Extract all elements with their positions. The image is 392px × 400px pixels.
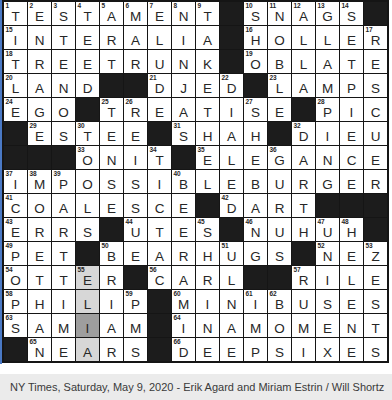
cell-r1c5[interactable]: 5A [100, 2, 123, 25]
cell-letter: A [28, 322, 51, 336]
cell-r2c9[interactable]: A [196, 26, 219, 49]
cell-letter: U [268, 226, 291, 240]
cell-r3c13[interactable]: L [292, 50, 315, 73]
cell-r5c8[interactable]: A [172, 98, 195, 121]
cell-letter: S [364, 298, 387, 312]
cell-r5c15[interactable]: I [340, 98, 363, 121]
cell-r14c13[interactable]: M [292, 314, 315, 337]
cell-r3c9[interactable]: K [196, 50, 219, 73]
cell-r6c10[interactable]: A [220, 122, 243, 145]
cell-r5c1[interactable]: 24E [4, 98, 27, 121]
cell-r14c14[interactable]: E [316, 314, 339, 337]
cell-r13c5[interactable]: I [100, 290, 123, 313]
cell-r8c10[interactable]: E [220, 170, 243, 193]
cell-r1c15[interactable]: 14S [340, 2, 363, 25]
cell-r4c9[interactable]: E [196, 74, 219, 97]
cell-letter: E [172, 202, 195, 216]
cell-r11c2[interactable]: E [28, 242, 51, 265]
cell-r15c5[interactable]: R [100, 338, 123, 361]
cell-r3c5[interactable]: T [100, 50, 123, 73]
cell-r8c15[interactable]: E [340, 170, 363, 193]
cell-r6c5[interactable]: E [100, 122, 123, 145]
cell-letter: I [316, 130, 339, 144]
cell-r2c11[interactable]: 16H [244, 26, 267, 49]
cell-r7c9[interactable]: 35E [196, 146, 219, 169]
cell-r2c1[interactable]: 15I [4, 26, 27, 49]
cell-r12c14[interactable]: I [316, 266, 339, 289]
cell-r8c16[interactable]: R [364, 170, 387, 193]
cell-r1c8[interactable]: 8N [172, 2, 195, 25]
cell-r9c7[interactable]: C [148, 194, 171, 217]
cell-r12c3[interactable]: T [52, 266, 75, 289]
cell-letter: A [316, 58, 339, 72]
cell-r4c12[interactable]: 23L [268, 74, 291, 97]
cell-r1c2[interactable]: 2E [28, 2, 51, 25]
cell-letter: R [100, 274, 123, 288]
cell-letter: C [340, 154, 363, 168]
cell-r14c3[interactable]: M [52, 314, 75, 337]
cell-letter: S [364, 82, 387, 96]
black-cell-r9c14 [316, 194, 339, 217]
cell-r6c2[interactable]: 29E [28, 122, 51, 145]
cell-r3c12[interactable]: B [268, 50, 291, 73]
cell-r15c12[interactable]: S [268, 338, 291, 361]
cell-r3c7[interactable]: U [148, 50, 171, 73]
cell-r9c10[interactable]: 42D [220, 194, 243, 217]
cell-r1c14[interactable]: 13G [316, 2, 339, 25]
cell-r11c12[interactable]: S [268, 242, 291, 265]
cell-r11c6[interactable]: E [124, 242, 147, 265]
cell-letter: T [292, 202, 315, 216]
cell-r15c16[interactable]: S [364, 338, 387, 361]
clue-number: 64 [174, 314, 181, 322]
cell-letter: E [100, 202, 123, 216]
cell-r8c6[interactable]: S [124, 170, 147, 193]
cell-r8c4[interactable]: O [76, 170, 99, 193]
cell-r9c6[interactable]: S [124, 194, 147, 217]
cell-letter: L [220, 154, 243, 168]
cell-r1c11[interactable]: 10S [244, 2, 267, 25]
clue-number: 3 [54, 2, 57, 10]
cell-r9c1[interactable]: 41C [4, 194, 27, 217]
cell-letter: E [220, 346, 243, 360]
cell-r7c11[interactable]: E [244, 146, 267, 169]
cell-letter: E [340, 130, 363, 144]
cell-letter: P [4, 250, 27, 264]
cell-r10c6[interactable]: 44U [124, 218, 147, 241]
cell-letter: N [172, 58, 195, 72]
cell-r10c3[interactable]: R [52, 218, 75, 241]
cell-letter: A [100, 322, 123, 336]
cell-r7c7[interactable]: 34T [148, 146, 171, 169]
cell-r12c10[interactable]: L [220, 266, 243, 289]
cell-r8c1[interactable]: 37I [4, 170, 27, 193]
cell-r2c3[interactable]: T [52, 26, 75, 49]
cell-r11c10[interactable]: 51U [220, 242, 243, 265]
cell-letter: D [220, 202, 243, 216]
cell-r7c6[interactable]: I [124, 146, 147, 169]
cell-r4c2[interactable]: A [28, 74, 51, 97]
cell-r14c1[interactable]: 63S [4, 314, 27, 337]
black-cell-r6c7 [148, 122, 171, 145]
cell-r6c16[interactable]: U [364, 122, 387, 145]
cell-letter: A [52, 202, 75, 216]
cell-r10c8[interactable]: E [172, 218, 195, 241]
cell-r15c14[interactable]: X [316, 338, 339, 361]
cell-letter: N [316, 250, 339, 264]
cell-letter: S [76, 226, 99, 240]
cell-r3c3[interactable]: E [52, 50, 75, 73]
cell-r12c4[interactable]: 55E [76, 266, 99, 289]
cell-letter: E [268, 106, 291, 120]
cell-r14c4[interactable]: I [76, 314, 99, 337]
cell-r15c6[interactable]: S [124, 338, 147, 361]
cell-r2c8[interactable]: I [172, 26, 195, 49]
cell-r4c8[interactable]: J [172, 74, 195, 97]
cell-r13c9[interactable]: I [196, 290, 219, 313]
cell-r6c11[interactable]: H [244, 122, 267, 145]
cell-letter: U [268, 178, 291, 192]
cell-letter: B [268, 58, 291, 72]
cell-r12c13[interactable]: 57R [292, 266, 315, 289]
cell-r3c15[interactable]: T [340, 50, 363, 73]
cell-r5c3[interactable]: O [52, 98, 75, 121]
cell-letter: A [292, 82, 315, 96]
cell-r3c8[interactable]: N [172, 50, 195, 73]
cell-r5c16[interactable]: C [364, 98, 387, 121]
black-cell-r14c7 [148, 314, 171, 337]
cell-r14c11[interactable]: M [244, 314, 267, 337]
cell-r4c3[interactable]: N [52, 74, 75, 97]
cell-letter: E [244, 154, 267, 168]
cell-r8c3[interactable]: 39P [52, 170, 75, 193]
cell-r13c10[interactable]: N [220, 290, 243, 313]
cell-r11c16[interactable]: 53Z [364, 242, 387, 265]
cell-r14c12[interactable]: O [268, 314, 291, 337]
cell-r14c5[interactable]: A [100, 314, 123, 337]
cell-letter: S [124, 202, 147, 216]
cell-r7c15[interactable]: C [340, 146, 363, 169]
cell-r5c7[interactable]: E [148, 98, 171, 121]
cell-r4c13[interactable]: A [292, 74, 315, 97]
cell-r5c14[interactable]: 28P [316, 98, 339, 121]
cell-letter: E [124, 250, 147, 264]
cell-r9c2[interactable]: O [28, 194, 51, 217]
cell-r14c16[interactable]: T [364, 314, 387, 337]
cell-r9c13[interactable]: T [292, 194, 315, 217]
cell-r10c15[interactable]: 48H [340, 218, 363, 241]
cell-letter: P [244, 346, 267, 360]
cell-r10c9[interactable]: 45S [196, 218, 219, 241]
cell-letter: I [172, 34, 195, 48]
cell-r15c13[interactable]: I [292, 338, 315, 361]
cell-r14c10[interactable]: A [220, 314, 243, 337]
cell-r12c7[interactable]: 56C [148, 266, 171, 289]
cell-letter: R [172, 250, 195, 264]
cell-letter: G [316, 10, 339, 24]
cell-letter: E [148, 106, 171, 120]
cell-r1c4[interactable]: 4T [76, 2, 99, 25]
cell-r7c13[interactable]: A [292, 146, 315, 169]
cell-letter: I [76, 322, 99, 336]
cell-letter: E [172, 226, 195, 240]
cell-letter: N [52, 82, 75, 96]
cell-r13c3[interactable]: I [52, 290, 75, 313]
cell-r4c16[interactable]: S [364, 74, 387, 97]
clue-number: 2 [30, 2, 33, 10]
cell-r7c16[interactable]: E [364, 146, 387, 169]
cell-r9c12[interactable]: R [268, 194, 291, 217]
cell-letter: C [4, 202, 27, 216]
cell-r15c9[interactable]: E [196, 338, 219, 361]
cell-r7c5[interactable]: N [100, 146, 123, 169]
cell-letter: L [220, 274, 243, 288]
cell-letter: E [364, 154, 387, 168]
cell-r5c5[interactable]: 25T [100, 98, 123, 121]
cell-r11c14[interactable]: 52N [316, 242, 339, 265]
cell-letter: T [76, 10, 99, 24]
cell-r6c14[interactable]: I [316, 122, 339, 145]
cell-r9c4[interactable]: L [76, 194, 99, 217]
cell-r8c14[interactable]: G [316, 170, 339, 193]
cell-r3c14[interactable]: A [316, 50, 339, 73]
cell-r4c4[interactable]: D [76, 74, 99, 97]
cell-letter: A [196, 34, 219, 48]
cell-r15c15[interactable]: E [340, 338, 363, 361]
cell-r10c11[interactable]: 46N [244, 218, 267, 241]
cell-r5c10[interactable]: I [220, 98, 243, 121]
cell-r10c4[interactable]: S [76, 218, 99, 241]
cell-r13c12[interactable]: 62B [268, 290, 291, 313]
cell-r3c1[interactable]: 18T [4, 50, 27, 73]
cell-r10c13[interactable]: H [292, 218, 315, 241]
black-cell-r9c16 [364, 194, 387, 217]
black-cell-r6c12 [268, 122, 291, 145]
cell-r11c8[interactable]: R [172, 242, 195, 265]
cell-r11c5[interactable]: 50B [100, 242, 123, 265]
cell-r3c2[interactable]: R [28, 50, 51, 73]
clue-number: 5 [102, 2, 105, 10]
cell-r4c14[interactable]: M [316, 74, 339, 97]
cell-r3c6[interactable]: R [124, 50, 147, 73]
cell-r12c15[interactable]: L [340, 266, 363, 289]
cell-r6c6[interactable]: E [124, 122, 147, 145]
cell-r8c11[interactable]: B [244, 170, 267, 193]
cell-r15c10[interactable]: E [220, 338, 243, 361]
cell-r4c10[interactable]: 22D [220, 74, 243, 97]
cell-r2c12[interactable]: O [268, 26, 291, 49]
cell-r11c9[interactable]: H [196, 242, 219, 265]
cell-r11c7[interactable]: A [148, 242, 171, 265]
cell-r4c15[interactable]: P [340, 74, 363, 97]
cell-r13c15[interactable]: E [340, 290, 363, 313]
cell-r9c5[interactable]: E [100, 194, 123, 217]
cell-r2c15[interactable]: E [340, 26, 363, 49]
cell-r5c6[interactable]: 26R [124, 98, 147, 121]
cell-r4c7[interactable]: 21D [148, 74, 171, 97]
cell-letter: B [172, 178, 195, 192]
cell-letter: T [52, 250, 75, 264]
cell-r3c11[interactable]: 19O [244, 50, 267, 73]
cell-r8c9[interactable]: L [196, 170, 219, 193]
cell-r2c2[interactable]: N [28, 26, 51, 49]
cell-r11c3[interactable]: T [52, 242, 75, 265]
cell-r2c7[interactable]: L [148, 26, 171, 49]
cell-r5c2[interactable]: G [28, 98, 51, 121]
cell-r5c9[interactable]: T [196, 98, 219, 121]
cell-r8c7[interactable]: I [148, 170, 171, 193]
cell-letter: A [148, 250, 171, 264]
cell-letter: N [28, 346, 51, 360]
cell-r1c3[interactable]: 3S [52, 2, 75, 25]
cell-r1c1[interactable]: 1T [4, 2, 27, 25]
cell-r1c9[interactable]: 9T [196, 2, 219, 25]
cell-r5c11[interactable]: 27S [244, 98, 267, 121]
cell-r15c2[interactable]: 65N [28, 338, 51, 361]
cell-r13c4[interactable]: L [76, 290, 99, 313]
cell-letter: O [244, 58, 267, 72]
cell-r11c1[interactable]: 49P [4, 242, 27, 265]
cell-r6c13[interactable]: 32D [292, 122, 315, 145]
cell-r2c14[interactable]: L [316, 26, 339, 49]
cell-r13c1[interactable]: 58P [4, 290, 27, 313]
cell-letter: E [364, 274, 387, 288]
cell-r11c11[interactable]: G [244, 242, 267, 265]
cell-r10c1[interactable]: 43E [4, 218, 27, 241]
cell-r10c12[interactable]: U [268, 218, 291, 241]
black-cell-r9c9 [196, 194, 219, 217]
cell-letter: E [4, 106, 27, 120]
cell-r2c13[interactable]: L [292, 26, 315, 49]
cell-r7c10[interactable]: L [220, 146, 243, 169]
cell-r15c4[interactable]: A [76, 338, 99, 361]
cell-r13c13[interactable]: U [292, 290, 315, 313]
cell-letter: T [364, 322, 387, 336]
crossword-grid: 1T2E3S4T5A6M7E8N9T10S11N12A13G14S15INTER… [2, 0, 389, 363]
clue-number: 6 [126, 2, 129, 10]
cell-r3c16[interactable]: E [364, 50, 387, 73]
cell-letter: N [340, 322, 363, 336]
cell-letter: I [292, 346, 315, 360]
cell-r8c8[interactable]: 40B [172, 170, 195, 193]
cell-letter: O [4, 274, 27, 288]
cell-r13c16[interactable]: S [364, 290, 387, 313]
cell-r4c1[interactable]: 20L [4, 74, 27, 97]
cell-r13c8[interactable]: 60M [172, 290, 195, 313]
cell-letter: L [76, 298, 99, 312]
black-cell-r15c7 [148, 338, 171, 361]
cell-r1c13[interactable]: 12A [292, 2, 315, 25]
cell-letter: S [364, 346, 387, 360]
cell-letter: E [316, 322, 339, 336]
cell-letter: G [244, 250, 267, 264]
cell-letter: E [340, 250, 363, 264]
cell-r10c7[interactable]: T [148, 218, 171, 241]
cell-r15c3[interactable]: E [52, 338, 75, 361]
cell-r14c6[interactable]: M [124, 314, 147, 337]
cell-r8c5[interactable]: S [100, 170, 123, 193]
cell-r7c4[interactable]: 33O [76, 146, 99, 169]
cell-letter: C [148, 274, 171, 288]
cell-r9c11[interactable]: A [244, 194, 267, 217]
cell-r6c3[interactable]: S [52, 122, 75, 145]
cell-r13c11[interactable]: 61I [244, 290, 267, 313]
cell-letter: N [268, 10, 291, 24]
cell-r6c4[interactable]: 30T [76, 122, 99, 145]
cell-letter: O [28, 202, 51, 216]
cell-letter: S [244, 106, 267, 120]
cell-r12c8[interactable]: A [172, 266, 195, 289]
cell-letter: N [172, 10, 195, 24]
cell-r13c6[interactable]: 59P [124, 290, 147, 313]
cell-r12c1[interactable]: 54O [4, 266, 27, 289]
cell-r8c13[interactable]: R [292, 170, 315, 193]
cell-r12c5[interactable]: R [100, 266, 123, 289]
cell-r6c15[interactable]: E [340, 122, 363, 145]
cell-letter: N [220, 298, 243, 312]
cell-r11c15[interactable]: E [340, 242, 363, 265]
cell-letter: T [196, 10, 219, 24]
cell-r6c8[interactable]: 31S [172, 122, 195, 145]
cell-r13c2[interactable]: H [28, 290, 51, 313]
cell-letter: I [340, 106, 363, 120]
cell-r3c4[interactable]: E [76, 50, 99, 73]
cell-r5c12[interactable]: E [268, 98, 291, 121]
cell-letter: A [220, 322, 243, 336]
cell-letter: T [148, 154, 171, 168]
cell-r6c9[interactable]: H [196, 122, 219, 145]
cell-r12c16[interactable]: E [364, 266, 387, 289]
cell-r8c12[interactable]: U [268, 170, 291, 193]
cell-r14c15[interactable]: N [340, 314, 363, 337]
cell-r15c11[interactable]: P [244, 338, 267, 361]
cell-letter: E [196, 154, 219, 168]
cell-r1c6[interactable]: 6M [124, 2, 147, 25]
cell-r14c9[interactable]: N [196, 314, 219, 337]
cell-r14c2[interactable]: A [28, 314, 51, 337]
black-cell-r3c10 [220, 50, 243, 73]
cell-letter: E [340, 34, 363, 48]
cell-letter: E [76, 274, 99, 288]
cell-r9c8[interactable]: E [172, 194, 195, 217]
cell-letter: P [4, 298, 27, 312]
cell-r2c16[interactable]: 17R [364, 26, 387, 49]
cell-letter: M [316, 82, 339, 96]
cell-r2c5[interactable]: R [100, 26, 123, 49]
cell-r10c2[interactable]: R [28, 218, 51, 241]
cell-r10c14[interactable]: 47U [316, 218, 339, 241]
cell-r8c2[interactable]: 38M [28, 170, 51, 193]
cell-r9c3[interactable]: A [52, 194, 75, 217]
cell-r12c2[interactable]: T [28, 266, 51, 289]
cell-r7c12[interactable]: 36G [268, 146, 291, 169]
cell-r13c14[interactable]: S [316, 290, 339, 313]
cell-letter: E [28, 10, 51, 24]
cell-r1c7[interactable]: 7E [148, 2, 171, 25]
cell-r14c8[interactable]: 64I [172, 314, 195, 337]
cell-letter: R [196, 274, 219, 288]
cell-letter: T [28, 274, 51, 288]
cell-letter: U [316, 226, 339, 240]
cell-r15c8[interactable]: 66D [172, 338, 195, 361]
cell-r7c14[interactable]: N [316, 146, 339, 169]
cell-r2c6[interactable]: A [124, 26, 147, 49]
cell-letter: I [4, 34, 27, 48]
cell-r2c4[interactable]: E [76, 26, 99, 49]
cell-r12c9[interactable]: R [196, 266, 219, 289]
cell-r1c12[interactable]: 11N [268, 2, 291, 25]
black-cell-r7c8 [172, 146, 195, 169]
